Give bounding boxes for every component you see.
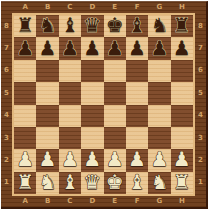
square-b2[interactable]: ♟ [36, 149, 58, 171]
file-labels-bottom: ABCDEFGH [14, 196, 193, 207]
square-a4[interactable] [14, 105, 36, 127]
square-f5[interactable] [126, 82, 148, 104]
rank-label: 3 [1, 127, 12, 149]
file-label: E [104, 2, 126, 13]
square-h4[interactable] [171, 105, 193, 127]
piece-white-rook[interactable]: ♜ [173, 172, 191, 192]
square-d7[interactable]: ♟ [81, 37, 103, 59]
square-b1[interactable]: ♞ [36, 172, 58, 194]
square-d2[interactable]: ♟ [81, 149, 103, 171]
rank-label: 7 [1, 37, 12, 59]
square-c6[interactable] [59, 60, 81, 82]
square-f3[interactable] [126, 127, 148, 149]
square-a3[interactable] [14, 127, 36, 149]
square-h8[interactable]: ♜ [171, 15, 193, 37]
square-f4[interactable] [126, 105, 148, 127]
piece-white-pawn[interactable]: ♟ [128, 149, 146, 169]
rank-label: 7 [195, 37, 206, 59]
piece-white-queen[interactable]: ♛ [83, 172, 101, 192]
square-e1[interactable]: ♚ [104, 172, 126, 194]
piece-white-pawn[interactable]: ♟ [150, 149, 168, 169]
file-label: A [14, 196, 36, 207]
file-label: H [171, 2, 193, 13]
board-inner-border: ♜♞♝♛♚♝♞♜♟♟♟♟♟♟♟♟♟♟♟♟♟♟♟♟♜♞♝♛♚♝♞♜ [12, 13, 195, 196]
square-d5[interactable] [81, 82, 103, 104]
piece-white-king[interactable]: ♚ [106, 172, 124, 192]
square-g8[interactable]: ♞ [148, 15, 170, 37]
square-a5[interactable] [14, 82, 36, 104]
square-a6[interactable] [14, 60, 36, 82]
rank-label: 8 [1, 15, 12, 37]
rank-labels-right: 87654321 [195, 15, 206, 194]
file-label: G [148, 196, 170, 207]
piece-white-pawn[interactable]: ♟ [106, 149, 124, 169]
piece-black-bishop[interactable]: ♝ [128, 15, 146, 35]
square-f6[interactable] [126, 60, 148, 82]
piece-black-bishop[interactable]: ♝ [61, 15, 79, 35]
piece-black-pawn[interactable]: ♟ [106, 38, 124, 58]
square-e2[interactable]: ♟ [104, 149, 126, 171]
rank-label: 6 [1, 60, 12, 82]
square-h7[interactable]: ♟ [171, 37, 193, 59]
square-g4[interactable] [148, 105, 170, 127]
square-b8[interactable]: ♞ [36, 15, 58, 37]
square-c7[interactable]: ♟ [59, 37, 81, 59]
board-frame: ABCDEFGH ABCDEFGH 87654321 87654321 ♜♞♝♛… [1, 1, 208, 209]
rank-label: 1 [195, 172, 206, 194]
file-label: A [14, 2, 36, 13]
square-d6[interactable] [81, 60, 103, 82]
file-label: G [148, 2, 170, 13]
square-f2[interactable]: ♟ [126, 149, 148, 171]
square-e4[interactable] [104, 105, 126, 127]
piece-white-pawn[interactable]: ♟ [39, 149, 57, 169]
rank-label: 6 [195, 60, 206, 82]
piece-black-pawn[interactable]: ♟ [150, 38, 168, 58]
square-a7[interactable]: ♟ [14, 37, 36, 59]
square-b5[interactable] [36, 82, 58, 104]
square-h6[interactable] [171, 60, 193, 82]
square-g6[interactable] [148, 60, 170, 82]
square-g7[interactable]: ♟ [148, 37, 170, 59]
square-d4[interactable] [81, 105, 103, 127]
file-label: C [59, 2, 81, 13]
piece-black-pawn[interactable]: ♟ [61, 38, 79, 58]
square-g1[interactable]: ♞ [148, 172, 170, 194]
piece-white-rook[interactable]: ♜ [16, 172, 34, 192]
square-d8[interactable]: ♛ [81, 15, 103, 37]
square-f1[interactable]: ♝ [126, 172, 148, 194]
piece-black-rook[interactable]: ♜ [16, 15, 34, 35]
piece-black-queen[interactable]: ♛ [83, 15, 101, 35]
square-d1[interactable]: ♛ [81, 172, 103, 194]
square-f8[interactable]: ♝ [126, 15, 148, 37]
square-h3[interactable] [171, 127, 193, 149]
rank-label: 2 [195, 149, 206, 171]
piece-black-pawn[interactable]: ♟ [83, 38, 101, 58]
piece-black-rook[interactable]: ♜ [173, 15, 191, 35]
piece-white-pawn[interactable]: ♟ [173, 149, 191, 169]
square-e7[interactable]: ♟ [104, 37, 126, 59]
square-a1[interactable]: ♜ [14, 172, 36, 194]
file-label: F [126, 2, 148, 13]
piece-black-pawn[interactable]: ♟ [173, 38, 191, 58]
piece-white-pawn[interactable]: ♟ [83, 149, 101, 169]
piece-white-bishop[interactable]: ♝ [61, 172, 79, 192]
rank-label: 4 [195, 105, 206, 127]
rank-label: 4 [1, 105, 12, 127]
file-labels-top: ABCDEFGH [14, 2, 193, 13]
piece-white-pawn[interactable]: ♟ [16, 149, 34, 169]
square-b6[interactable] [36, 60, 58, 82]
square-h2[interactable]: ♟ [171, 149, 193, 171]
piece-black-pawn[interactable]: ♟ [39, 38, 57, 58]
rank-label: 1 [1, 172, 12, 194]
square-d3[interactable] [81, 127, 103, 149]
square-h1[interactable]: ♜ [171, 172, 193, 194]
square-b3[interactable] [36, 127, 58, 149]
file-label: C [59, 196, 81, 207]
rank-label: 3 [195, 127, 206, 149]
file-label: D [81, 2, 103, 13]
square-a8[interactable]: ♜ [14, 15, 36, 37]
square-h5[interactable] [171, 82, 193, 104]
rank-label: 8 [195, 15, 206, 37]
square-b4[interactable] [36, 105, 58, 127]
square-e5[interactable] [104, 82, 126, 104]
file-label: B [36, 196, 58, 207]
piece-black-king[interactable]: ♚ [106, 15, 124, 35]
piece-white-knight[interactable]: ♞ [150, 172, 168, 192]
piece-black-knight[interactable]: ♞ [150, 15, 168, 35]
square-c4[interactable] [59, 105, 81, 127]
piece-black-knight[interactable]: ♞ [39, 15, 57, 35]
file-label: F [126, 196, 148, 207]
square-e3[interactable] [104, 127, 126, 149]
square-g2[interactable]: ♟ [148, 149, 170, 171]
square-c3[interactable] [59, 127, 81, 149]
rank-label: 5 [1, 82, 12, 104]
piece-black-pawn[interactable]: ♟ [128, 38, 146, 58]
file-label: B [36, 2, 58, 13]
square-a2[interactable]: ♟ [14, 149, 36, 171]
rank-label: 5 [195, 82, 206, 104]
square-c8[interactable]: ♝ [59, 15, 81, 37]
chess-board: ♜♞♝♛♚♝♞♜♟♟♟♟♟♟♟♟♟♟♟♟♟♟♟♟♜♞♝♛♚♝♞♜ [14, 15, 193, 194]
square-c5[interactable] [59, 82, 81, 104]
piece-white-knight[interactable]: ♞ [39, 172, 57, 192]
file-label: D [81, 196, 103, 207]
rank-label: 2 [1, 149, 12, 171]
square-f7[interactable]: ♟ [126, 37, 148, 59]
piece-black-pawn[interactable]: ♟ [16, 38, 34, 58]
square-c1[interactable]: ♝ [59, 172, 81, 194]
square-g3[interactable] [148, 127, 170, 149]
square-e6[interactable] [104, 60, 126, 82]
square-g5[interactable] [148, 82, 170, 104]
file-label: H [171, 196, 193, 207]
rank-labels-left: 87654321 [1, 15, 12, 194]
piece-white-pawn[interactable]: ♟ [61, 149, 79, 169]
file-label: E [104, 196, 126, 207]
square-b7[interactable]: ♟ [36, 37, 58, 59]
square-e8[interactable]: ♚ [104, 15, 126, 37]
piece-white-bishop[interactable]: ♝ [128, 172, 146, 192]
square-c2[interactable]: ♟ [59, 149, 81, 171]
